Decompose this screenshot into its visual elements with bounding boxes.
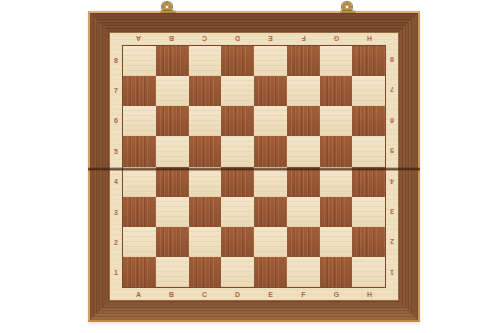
file-labels-bottom: ABCDEFGH — [122, 288, 386, 300]
file-labels-top: ABCDEFGH — [122, 33, 386, 45]
square-d7[interactable] — [221, 76, 254, 106]
square-c5[interactable] — [189, 136, 222, 166]
rank-label-6: 6 — [386, 106, 398, 136]
square-d8[interactable] — [221, 46, 254, 76]
board-frame-right — [399, 13, 418, 320]
rank-label-5: 5 — [386, 136, 398, 166]
square-a4[interactable] — [123, 167, 156, 197]
square-e7[interactable] — [254, 76, 287, 106]
square-e2[interactable] — [254, 227, 287, 257]
rank-label-7: 7 — [386, 75, 398, 105]
square-h3[interactable] — [352, 197, 385, 227]
square-g7[interactable] — [320, 76, 353, 106]
rank-label-4: 4 — [386, 167, 398, 197]
square-g4[interactable] — [320, 167, 353, 197]
rank-label-2: 2 — [110, 227, 122, 257]
square-e1[interactable] — [254, 257, 287, 287]
square-h5[interactable] — [352, 136, 385, 166]
file-label-d: D — [221, 288, 254, 300]
square-d2[interactable] — [221, 227, 254, 257]
square-a2[interactable] — [123, 227, 156, 257]
square-g1[interactable] — [320, 257, 353, 287]
square-b7[interactable] — [156, 76, 189, 106]
square-b2[interactable] — [156, 227, 189, 257]
file-label-b: B — [155, 288, 188, 300]
file-label-b: B — [155, 33, 188, 45]
rank-label-4: 4 — [110, 167, 122, 197]
maple-coordinate-border: ABCDEFGH ABCDEFGH 87654321 87654321 — [109, 32, 399, 301]
rank-label-1: 1 — [110, 258, 122, 288]
square-g8[interactable] — [320, 46, 353, 76]
square-e4[interactable] — [254, 167, 287, 197]
file-label-f: F — [287, 288, 320, 300]
square-h1[interactable] — [352, 257, 385, 287]
rank-label-1: 1 — [386, 258, 398, 288]
square-c2[interactable] — [189, 227, 222, 257]
chess-board: ABCDEFGH ABCDEFGH 87654321 87654321 — [88, 11, 420, 322]
board-frame-bottom — [90, 301, 418, 320]
rank-label-8: 8 — [110, 45, 122, 75]
square-f6[interactable] — [287, 106, 320, 136]
square-c6[interactable] — [189, 106, 222, 136]
square-g3[interactable] — [320, 197, 353, 227]
square-h2[interactable] — [352, 227, 385, 257]
rank-labels-right: 87654321 — [386, 45, 398, 288]
square-h6[interactable] — [352, 106, 385, 136]
square-b3[interactable] — [156, 197, 189, 227]
square-b5[interactable] — [156, 136, 189, 166]
square-e5[interactable] — [254, 136, 287, 166]
file-label-h: H — [353, 33, 386, 45]
square-c4[interactable] — [189, 167, 222, 197]
square-h4[interactable] — [352, 167, 385, 197]
file-label-e: E — [254, 288, 287, 300]
file-label-e: E — [254, 33, 287, 45]
file-label-h: H — [353, 288, 386, 300]
square-a8[interactable] — [123, 46, 156, 76]
square-f8[interactable] — [287, 46, 320, 76]
square-e8[interactable] — [254, 46, 287, 76]
square-g6[interactable] — [320, 106, 353, 136]
square-d3[interactable] — [221, 197, 254, 227]
square-h8[interactable] — [352, 46, 385, 76]
rank-label-8: 8 — [386, 45, 398, 75]
square-f3[interactable] — [287, 197, 320, 227]
square-c3[interactable] — [189, 197, 222, 227]
square-h7[interactable] — [352, 76, 385, 106]
file-label-a: A — [122, 33, 155, 45]
file-label-c: C — [188, 288, 221, 300]
square-b6[interactable] — [156, 106, 189, 136]
rank-label-6: 6 — [110, 106, 122, 136]
square-a5[interactable] — [123, 136, 156, 166]
rank-label-2: 2 — [386, 227, 398, 257]
square-c7[interactable] — [189, 76, 222, 106]
rank-label-3: 3 — [386, 197, 398, 227]
square-b1[interactable] — [156, 257, 189, 287]
square-b4[interactable] — [156, 167, 189, 197]
file-label-d: D — [221, 33, 254, 45]
playing-field — [122, 45, 386, 288]
square-c8[interactable] — [189, 46, 222, 76]
square-e3[interactable] — [254, 197, 287, 227]
square-f4[interactable] — [287, 167, 320, 197]
rank-labels-left: 87654321 — [110, 45, 122, 288]
square-a3[interactable] — [123, 197, 156, 227]
square-d5[interactable] — [221, 136, 254, 166]
rank-label-7: 7 — [110, 75, 122, 105]
board-frame-top — [90, 13, 418, 32]
square-g2[interactable] — [320, 227, 353, 257]
square-f5[interactable] — [287, 136, 320, 166]
file-label-c: C — [188, 33, 221, 45]
square-g5[interactable] — [320, 136, 353, 166]
board-frame-left — [90, 13, 109, 320]
file-label-g: G — [320, 288, 353, 300]
square-b8[interactable] — [156, 46, 189, 76]
square-a7[interactable] — [123, 76, 156, 106]
square-c1[interactable] — [189, 257, 222, 287]
file-label-a: A — [122, 288, 155, 300]
square-e6[interactable] — [254, 106, 287, 136]
square-d6[interactable] — [221, 106, 254, 136]
file-label-g: G — [320, 33, 353, 45]
square-f1[interactable] — [287, 257, 320, 287]
square-f2[interactable] — [287, 227, 320, 257]
square-d4[interactable] — [221, 167, 254, 197]
square-a1[interactable] — [123, 257, 156, 287]
rank-label-5: 5 — [110, 136, 122, 166]
square-f7[interactable] — [287, 76, 320, 106]
photo-background: ABCDEFGH ABCDEFGH 87654321 87654321 — [0, 0, 500, 333]
rank-label-3: 3 — [110, 197, 122, 227]
square-a6[interactable] — [123, 106, 156, 136]
file-label-f: F — [287, 33, 320, 45]
square-d1[interactable] — [221, 257, 254, 287]
